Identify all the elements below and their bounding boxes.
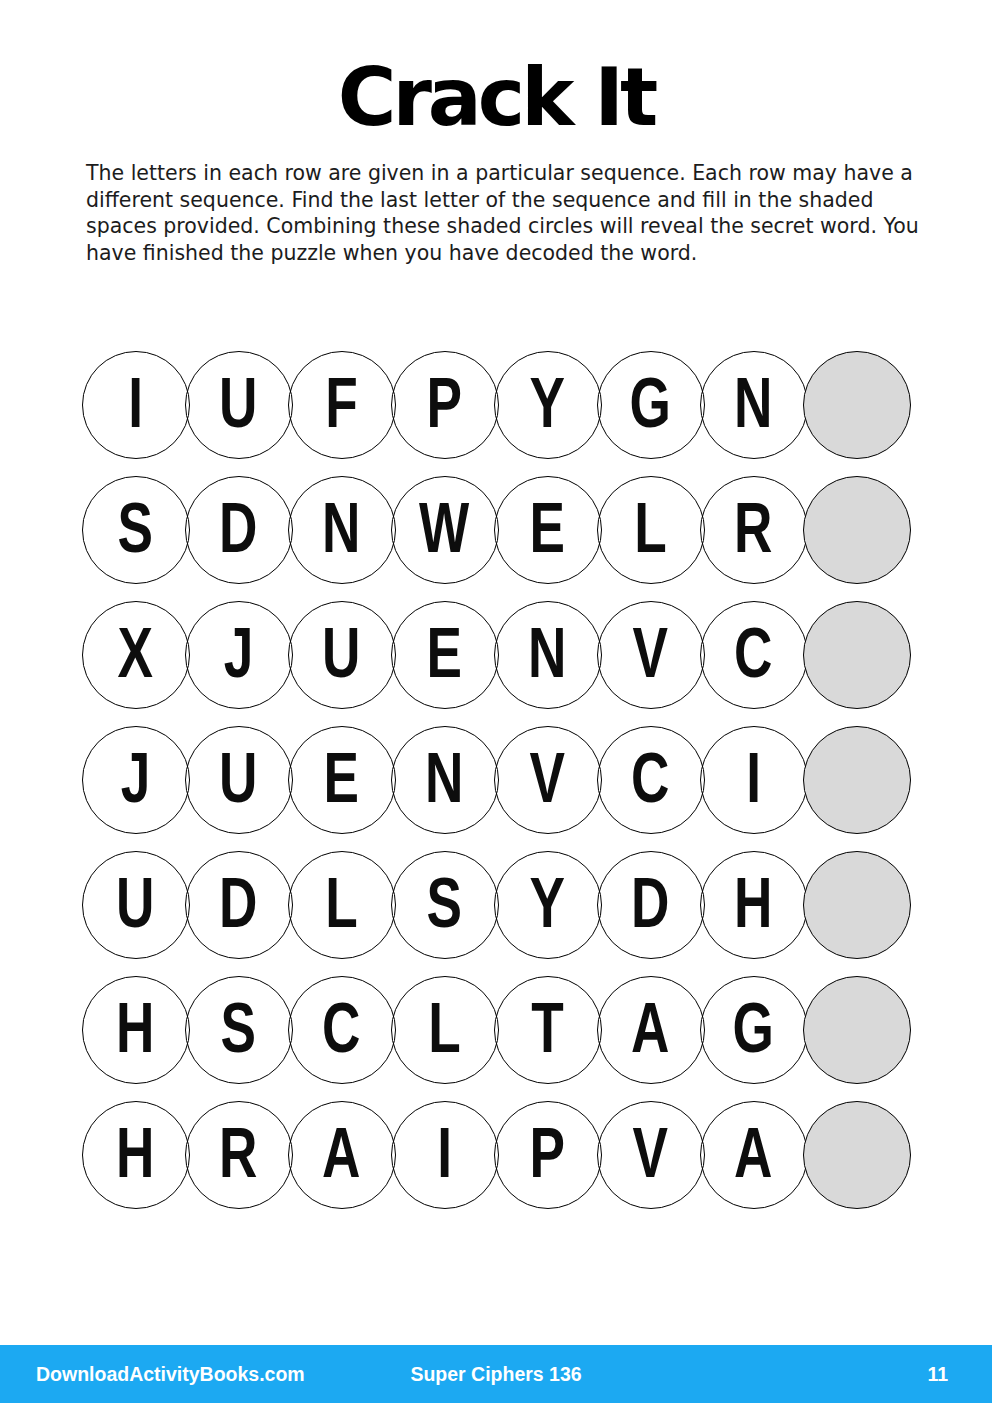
letter-circle: I — [391, 1101, 499, 1209]
circle-letter: G — [733, 993, 774, 1067]
circle-letter: I — [437, 1118, 452, 1192]
circle-letter: C — [734, 618, 772, 692]
answer-circle[interactable] — [803, 601, 911, 709]
letter-circle: U — [185, 726, 293, 834]
circle-letter: L — [428, 993, 461, 1067]
circle-letter: W — [419, 493, 469, 567]
letter-circle: T — [494, 976, 602, 1084]
circle-letter: T — [531, 993, 564, 1067]
circle-letter: E — [530, 493, 565, 567]
circle-letter: X — [118, 618, 153, 692]
letter-circle: V — [597, 601, 705, 709]
letter-circle: U — [185, 351, 293, 459]
circle-letter: F — [325, 368, 358, 442]
letter-circle: C — [288, 976, 396, 1084]
circle-letter: A — [734, 1118, 772, 1192]
letter-circle: G — [700, 976, 808, 1084]
letter-circle: G — [597, 351, 705, 459]
circle-letter: R — [734, 493, 772, 567]
circle-letter: U — [219, 743, 257, 817]
letter-circle: V — [597, 1101, 705, 1209]
circle-letter: I — [128, 368, 143, 442]
letter-circle: N — [700, 351, 808, 459]
letter-circle: S — [185, 976, 293, 1084]
letter-circle: X — [82, 601, 190, 709]
letter-circle: D — [597, 851, 705, 959]
answer-circle[interactable] — [803, 351, 911, 459]
letter-circle: L — [391, 976, 499, 1084]
letter-circle: U — [82, 851, 190, 959]
circle-letter: J — [121, 743, 151, 817]
circle-letter: A — [631, 993, 669, 1067]
circle-letter: J — [224, 618, 254, 692]
letter-circle: N — [494, 601, 602, 709]
circle-letter: N — [734, 368, 772, 442]
letter-circle: J — [82, 726, 190, 834]
letter-circle: H — [82, 976, 190, 1084]
page-title: Crack It — [0, 58, 992, 138]
letter-circle: C — [700, 601, 808, 709]
circle-letter: P — [530, 1118, 565, 1192]
letter-circle: A — [597, 976, 705, 1084]
circle-letter: U — [116, 868, 154, 942]
circle-letter: C — [322, 993, 360, 1067]
circle-letter: A — [322, 1118, 360, 1192]
circle-letter: I — [746, 743, 761, 817]
circle-letter: D — [219, 493, 257, 567]
circle-letter: V — [633, 1118, 668, 1192]
circle-letter: U — [219, 368, 257, 442]
circle-letter: S — [221, 993, 256, 1067]
circle-letter: Y — [530, 868, 565, 942]
letter-circle: R — [185, 1101, 293, 1209]
circle-letter: Y — [530, 368, 565, 442]
circle-letter: R — [219, 1118, 257, 1192]
circle-letter: L — [325, 868, 358, 942]
letter-circle: E — [391, 601, 499, 709]
circle-letter: V — [530, 743, 565, 817]
letter-circle: N — [288, 476, 396, 584]
answer-circle[interactable] — [803, 851, 911, 959]
letter-circle: L — [597, 476, 705, 584]
circle-letter: D — [631, 868, 669, 942]
letter-circle: H — [82, 1101, 190, 1209]
answer-circle[interactable] — [803, 726, 911, 834]
footer-bar: DownloadActivityBooks.com Super Ciphers … — [0, 1345, 992, 1403]
letter-circle: L — [288, 851, 396, 959]
letter-circle: E — [494, 476, 602, 584]
letter-circle: P — [494, 1101, 602, 1209]
circle-letter: L — [634, 493, 667, 567]
letter-circle: S — [391, 851, 499, 959]
footer-book-title: Super Ciphers 136 — [0, 1363, 992, 1386]
letter-circle: A — [288, 1101, 396, 1209]
letter-circle: H — [700, 851, 808, 959]
letter-circle: D — [185, 851, 293, 959]
circle-letter: H — [116, 1118, 154, 1192]
circle-letter: N — [322, 493, 360, 567]
circle-letter: D — [219, 868, 257, 942]
circle-letter: S — [118, 493, 153, 567]
letter-circle: U — [288, 601, 396, 709]
letter-circle: C — [597, 726, 705, 834]
letter-circle: I — [82, 351, 190, 459]
circle-letter: N — [425, 743, 463, 817]
circle-letter: H — [734, 868, 772, 942]
letter-circle: D — [185, 476, 293, 584]
circle-letter: E — [324, 743, 359, 817]
letter-circle: J — [185, 601, 293, 709]
puzzle-grid: IUFPYGNSDNWELRXJUENVCJUENVCIUDLSYDHHSCLT… — [84, 342, 908, 1217]
letter-circle: P — [391, 351, 499, 459]
circle-letter: P — [427, 368, 462, 442]
letter-circle: R — [700, 476, 808, 584]
letter-circle: E — [288, 726, 396, 834]
circle-letter: H — [116, 993, 154, 1067]
letter-circle: S — [82, 476, 190, 584]
answer-circle[interactable] — [803, 476, 911, 584]
letter-circle: Y — [494, 351, 602, 459]
letter-circle: Y — [494, 851, 602, 959]
instructions: The letters in each row are given in a p… — [86, 160, 924, 266]
letter-circle: I — [700, 726, 808, 834]
circle-letter: U — [322, 618, 360, 692]
circle-letter: S — [427, 868, 462, 942]
answer-circle[interactable] — [803, 1101, 911, 1209]
circle-letter: N — [528, 618, 566, 692]
circle-letter: V — [633, 618, 668, 692]
circle-letter: G — [630, 368, 671, 442]
footer-page-number: 11 — [927, 1363, 948, 1386]
letter-circle: W — [391, 476, 499, 584]
letter-circle: N — [391, 726, 499, 834]
circle-letter: E — [427, 618, 462, 692]
letter-circle: F — [288, 351, 396, 459]
letter-circle: A — [700, 1101, 808, 1209]
answer-circle[interactable] — [803, 976, 911, 1084]
circle-letter: C — [631, 743, 669, 817]
letter-circle: V — [494, 726, 602, 834]
